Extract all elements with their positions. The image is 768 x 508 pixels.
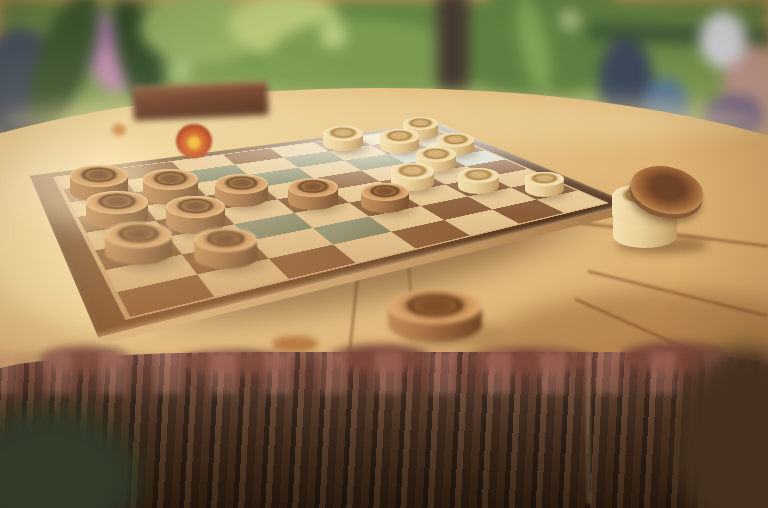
checker-piece-light-7: ⛀: [458, 168, 499, 194]
dried-flower: [176, 124, 212, 158]
photo-scene: ⛂⛂⛂⛂⛂⛂⛂⛂⛂⛀⛀⛀⛀⛀⛀⛀⛀: [0, 0, 768, 508]
bark-light-crack: [586, 354, 591, 504]
light-checker-glyph: ⛀: [338, 127, 348, 139]
dark-checker-glyph: ⛂: [109, 193, 125, 212]
piece-top: ⛀: [458, 168, 499, 184]
dark-checker-glyph: ⛂: [163, 171, 177, 188]
piece-top: ⛀: [525, 172, 564, 187]
checker-piece-light-1: ⛀: [323, 126, 363, 152]
piece-top: ⛀: [416, 147, 456, 162]
bark-reddish-band: [0, 352, 768, 394]
dark-checker-glyph: ⛂: [379, 185, 391, 199]
dark-checker-glyph: ⛂: [217, 231, 233, 250]
piece-top: ⛂: [86, 191, 148, 215]
light-checker-glyph: ⛀: [451, 134, 460, 145]
checker-piece-light-8: ⛀: [525, 172, 564, 197]
checker-piece-dark-8: ⛂: [361, 183, 409, 214]
dark-checker-glyph: ⛂: [92, 167, 107, 185]
checker-piece-dark-9: ⛂: [194, 228, 257, 269]
light-checker-glyph: ⛀: [431, 148, 441, 160]
piece-top: ⛂: [105, 222, 172, 248]
light-checker-glyph: ⛀: [473, 169, 483, 181]
piece-box-blurred: [132, 81, 268, 121]
piece-top: ⛂: [361, 183, 409, 201]
light-checker-glyph: ⛀: [407, 165, 418, 178]
off-board-dark-piece-front: [388, 290, 482, 342]
piece-top: ⛀: [323, 126, 363, 141]
light-checker-glyph: ⛀: [539, 173, 549, 185]
piece-top: ⛂: [166, 196, 225, 218]
piece-top: ⛂: [215, 174, 268, 194]
piece-top: ⛀: [437, 133, 474, 147]
piece-top: ⛀: [391, 163, 434, 180]
light-checker-glyph: ⛀: [394, 131, 404, 143]
piece-top: [388, 290, 482, 324]
piece-top: ⛂: [70, 165, 128, 187]
dark-checker-glyph: ⛂: [235, 176, 248, 192]
checker-piece-light-3: ⛀: [380, 129, 419, 154]
dark-checker-glyph: ⛂: [188, 198, 203, 216]
light-checker-glyph: ⛀: [416, 118, 425, 129]
dark-checker-glyph: ⛂: [307, 180, 320, 195]
checker-piece-dark-6: ⛂: [288, 178, 338, 210]
piece-top: ⛂: [194, 228, 257, 252]
small-flower-bokeh: [112, 124, 126, 136]
stump-knot: [272, 336, 318, 352]
dark-checker-glyph: ⛂: [130, 225, 147, 245]
piece-top: ⛀: [380, 129, 419, 144]
checker-piece-dark-7: ⛂: [105, 222, 172, 265]
